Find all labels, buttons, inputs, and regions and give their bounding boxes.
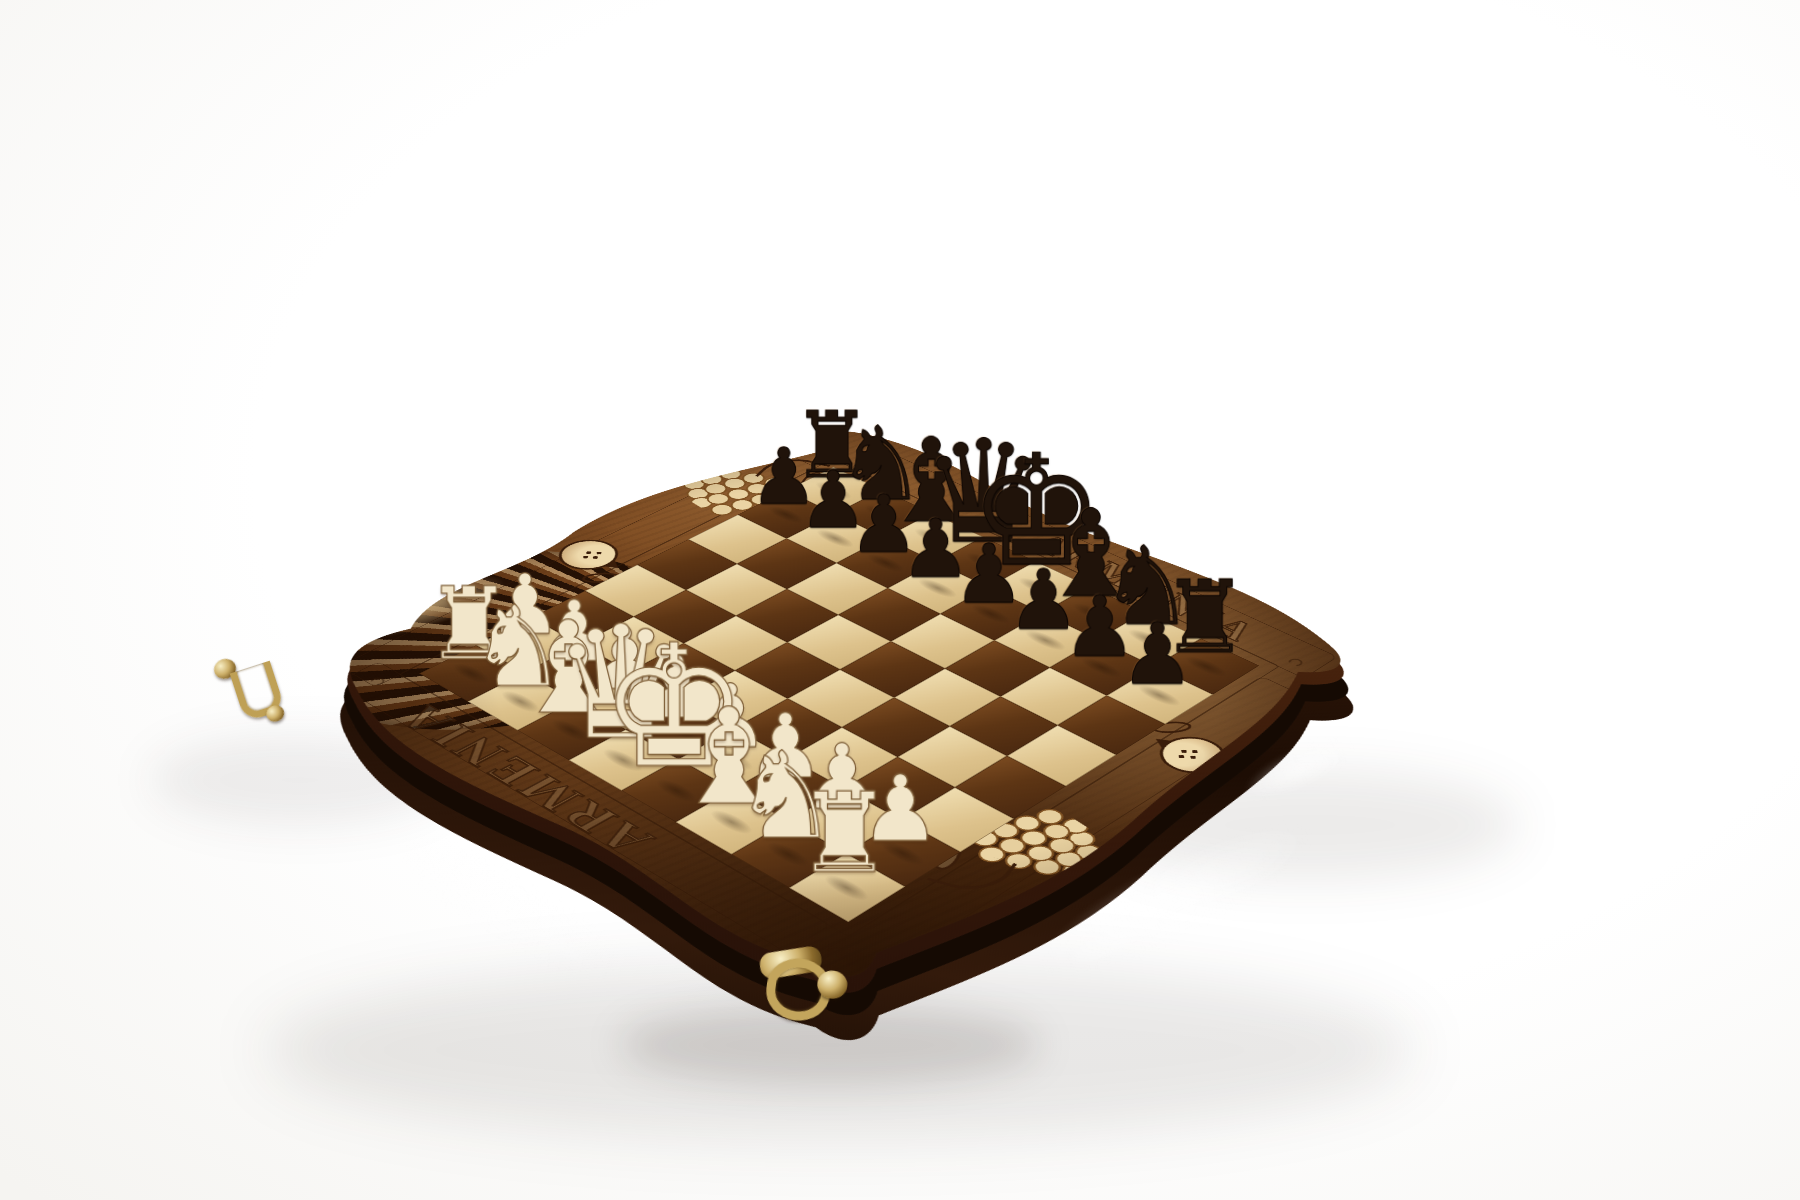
pieces-layer: ♜♞♝♛♚♝♞♜♟♟♟♟♟♟♟♟♟♟♟♟♟♟♟♟♜♞♝♛♚♝♞♜ xyxy=(189,372,1488,1088)
photo-stage: ARMENIA ARMENIA xyxy=(0,0,1800,1200)
chess-piece-glyph: ♟ xyxy=(1120,612,1195,697)
chess-piece-glyph: ♜ xyxy=(796,779,893,890)
